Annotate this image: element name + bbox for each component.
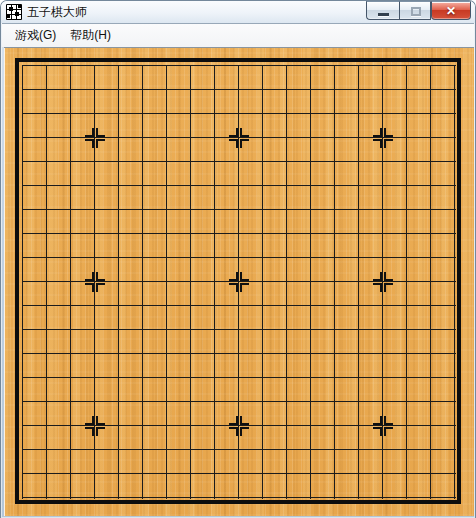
star-bracket-tl	[85, 128, 94, 137]
window-controls: ✕	[366, 1, 471, 20]
star-bracket-tl	[85, 272, 94, 281]
star-bracket-bl	[85, 283, 94, 292]
star-point	[85, 416, 105, 436]
star-bracket-br	[240, 427, 249, 436]
star-bracket-bl	[229, 283, 238, 292]
star-bracket-br	[384, 427, 393, 436]
star-bracket-br	[240, 283, 249, 292]
star-point	[229, 272, 249, 292]
close-button[interactable]: ✕	[431, 1, 471, 20]
maximize-icon	[411, 7, 421, 16]
star-bracket-bl	[373, 139, 382, 148]
star-point	[229, 128, 249, 148]
star-bracket-br	[384, 283, 393, 292]
star-bracket-tr	[96, 272, 105, 281]
menu-bar: 游戏(G) 帮助(H)	[2, 23, 474, 47]
star-point	[373, 272, 393, 292]
star-bracket-tl	[229, 416, 238, 425]
star-point	[229, 416, 249, 436]
close-icon: ✕	[432, 3, 470, 20]
star-point	[373, 128, 393, 148]
menu-item-game[interactable]: 游戏(G)	[8, 24, 63, 47]
star-bracket-tr	[384, 128, 393, 137]
minimize-icon	[378, 13, 389, 16]
star-bracket-br	[96, 427, 105, 436]
star-bracket-tr	[240, 128, 249, 137]
star-bracket-br	[384, 139, 393, 148]
star-bracket-bl	[373, 427, 382, 436]
star-bracket-tr	[96, 416, 105, 425]
app-window: 五子棋大师 ✕ 游戏(G) 帮助(H)	[0, 0, 476, 518]
board[interactable]	[22, 65, 456, 499]
star-bracket-br	[240, 139, 249, 148]
minimize-button[interactable]	[366, 1, 399, 20]
star-bracket-tl	[373, 128, 382, 137]
star-bracket-tl	[373, 272, 382, 281]
board-area	[4, 47, 474, 516]
star-bracket-tl	[373, 416, 382, 425]
star-bracket-tr	[240, 416, 249, 425]
maximize-button[interactable]	[399, 1, 431, 20]
star-bracket-tl	[229, 272, 238, 281]
star-bracket-bl	[229, 427, 238, 436]
menu-item-help[interactable]: 帮助(H)	[63, 24, 118, 47]
star-bracket-tr	[96, 128, 105, 137]
window-title: 五子棋大师	[27, 4, 87, 21]
star-point	[85, 128, 105, 148]
star-bracket-bl	[229, 139, 238, 148]
star-bracket-bl	[85, 139, 94, 148]
title-bar[interactable]: 五子棋大师 ✕	[1, 1, 475, 23]
star-bracket-br	[96, 139, 105, 148]
star-bracket-tr	[384, 272, 393, 281]
star-bracket-tl	[229, 128, 238, 137]
star-point	[85, 272, 105, 292]
star-bracket-br	[96, 283, 105, 292]
star-bracket-bl	[85, 427, 94, 436]
star-bracket-tr	[384, 416, 393, 425]
app-icon[interactable]	[6, 4, 22, 20]
star-point	[373, 416, 393, 436]
star-bracket-bl	[373, 283, 382, 292]
star-bracket-tl	[85, 416, 94, 425]
star-bracket-tr	[240, 272, 249, 281]
